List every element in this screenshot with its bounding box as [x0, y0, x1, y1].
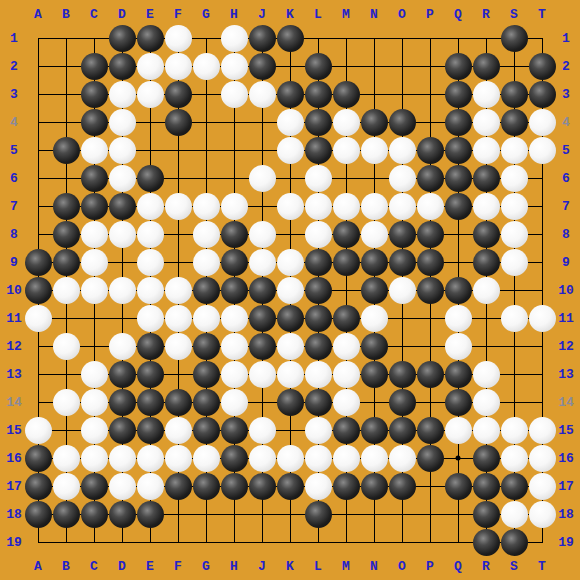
row-label-left-16: 16	[6, 452, 22, 465]
black-stone-K1	[277, 25, 304, 52]
white-stone-K16	[277, 445, 304, 472]
white-stone-B14	[53, 389, 80, 416]
white-stone-E16	[137, 445, 164, 472]
white-stone-K5	[277, 137, 304, 164]
white-stone-D10	[109, 277, 136, 304]
white-stone-O7	[389, 193, 416, 220]
black-stone-Q6	[445, 165, 472, 192]
black-stone-R17	[473, 473, 500, 500]
black-stone-N13	[361, 361, 388, 388]
black-stone-B8	[53, 221, 80, 248]
black-stone-Q17	[445, 473, 472, 500]
column-label-bottom-L: L	[314, 560, 322, 573]
black-stone-D14	[109, 389, 136, 416]
black-stone-D2	[109, 53, 136, 80]
white-stone-S7	[501, 193, 528, 220]
white-stone-T4	[529, 109, 556, 136]
black-stone-R18	[473, 501, 500, 528]
black-stone-L2	[305, 53, 332, 80]
black-stone-N9	[361, 249, 388, 276]
column-label-bottom-C: C	[90, 560, 98, 573]
black-stone-P5	[417, 137, 444, 164]
black-stone-B9	[53, 249, 80, 276]
white-stone-G8	[193, 221, 220, 248]
row-label-right-12: 12	[558, 340, 574, 353]
black-stone-N12	[361, 333, 388, 360]
white-stone-H11	[221, 305, 248, 332]
black-stone-S4	[501, 109, 528, 136]
black-stone-O14	[389, 389, 416, 416]
white-stone-Q11	[445, 305, 472, 332]
column-label-top-R: R	[482, 8, 490, 21]
white-stone-Q15	[445, 417, 472, 444]
white-stone-J6	[249, 165, 276, 192]
white-stone-G11	[193, 305, 220, 332]
column-label-bottom-F: F	[174, 560, 182, 573]
black-stone-C7	[81, 193, 108, 220]
column-label-bottom-J: J	[258, 560, 266, 573]
white-stone-C8	[81, 221, 108, 248]
white-stone-T11	[529, 305, 556, 332]
black-stone-P13	[417, 361, 444, 388]
white-stone-M7	[333, 193, 360, 220]
row-label-left-12: 12	[6, 340, 22, 353]
black-stone-C6	[81, 165, 108, 192]
black-stone-C18	[81, 501, 108, 528]
column-label-top-G: G	[202, 8, 210, 21]
black-stone-G17	[193, 473, 220, 500]
column-label-bottom-R: R	[482, 560, 490, 573]
black-stone-Q3	[445, 81, 472, 108]
black-stone-K14	[277, 389, 304, 416]
white-stone-M13	[333, 361, 360, 388]
white-stone-F10	[165, 277, 192, 304]
row-label-right-8: 8	[562, 228, 570, 241]
black-stone-E1	[137, 25, 164, 52]
white-stone-F2	[165, 53, 192, 80]
black-stone-A16	[25, 445, 52, 472]
row-label-right-11: 11	[558, 312, 574, 325]
white-stone-H2	[221, 53, 248, 80]
black-stone-A17	[25, 473, 52, 500]
white-stone-G2	[193, 53, 220, 80]
black-stone-L4	[305, 109, 332, 136]
row-label-right-5: 5	[562, 144, 570, 157]
black-stone-B18	[53, 501, 80, 528]
black-stone-P8	[417, 221, 444, 248]
black-stone-J2	[249, 53, 276, 80]
black-stone-Q7	[445, 193, 472, 220]
black-stone-G13	[193, 361, 220, 388]
black-stone-D7	[109, 193, 136, 220]
column-label-bottom-N: N	[370, 560, 378, 573]
black-stone-R19	[473, 529, 500, 556]
white-stone-O16	[389, 445, 416, 472]
black-stone-E12	[137, 333, 164, 360]
row-label-left-18: 18	[6, 508, 22, 521]
white-stone-N11	[361, 305, 388, 332]
black-stone-J17	[249, 473, 276, 500]
column-label-top-P: P	[426, 8, 434, 21]
white-stone-K7	[277, 193, 304, 220]
white-stone-F15	[165, 417, 192, 444]
white-stone-G7	[193, 193, 220, 220]
black-stone-M8	[333, 221, 360, 248]
white-stone-K13	[277, 361, 304, 388]
black-stone-Q2	[445, 53, 472, 80]
row-label-right-17: 17	[558, 480, 574, 493]
column-label-top-B: B	[62, 8, 70, 21]
row-label-left-9: 9	[10, 256, 18, 269]
black-stone-H10	[221, 277, 248, 304]
column-label-bottom-H: H	[230, 560, 238, 573]
black-stone-R16	[473, 445, 500, 472]
row-label-right-3: 3	[562, 88, 570, 101]
black-stone-H9	[221, 249, 248, 276]
column-label-bottom-Q: Q	[454, 560, 462, 573]
row-label-right-15: 15	[558, 424, 574, 437]
black-stone-N10	[361, 277, 388, 304]
black-stone-H17	[221, 473, 248, 500]
white-stone-T15	[529, 417, 556, 444]
black-stone-G12	[193, 333, 220, 360]
column-label-bottom-A: A	[34, 560, 42, 573]
row-label-left-11: 11	[6, 312, 22, 325]
black-stone-E15	[137, 417, 164, 444]
row-label-left-7: 7	[10, 200, 18, 213]
white-stone-T18	[529, 501, 556, 528]
row-label-right-1: 1	[562, 32, 570, 45]
black-stone-B5	[53, 137, 80, 164]
row-label-right-2: 2	[562, 60, 570, 73]
black-stone-R8	[473, 221, 500, 248]
row-label-left-4: 4	[10, 116, 18, 129]
white-stone-L13	[305, 361, 332, 388]
white-stone-E10	[137, 277, 164, 304]
white-stone-B17	[53, 473, 80, 500]
white-stone-J16	[249, 445, 276, 472]
white-stone-C16	[81, 445, 108, 472]
column-label-bottom-P: P	[426, 560, 434, 573]
white-stone-N16	[361, 445, 388, 472]
white-stone-A15	[25, 417, 52, 444]
white-stone-K10	[277, 277, 304, 304]
black-stone-F3	[165, 81, 192, 108]
black-stone-F4	[165, 109, 192, 136]
column-label-top-N: N	[370, 8, 378, 21]
white-stone-J9	[249, 249, 276, 276]
column-label-top-D: D	[118, 8, 126, 21]
column-label-top-K: K	[286, 8, 294, 21]
white-stone-D3	[109, 81, 136, 108]
white-stone-F16	[165, 445, 192, 472]
white-stone-E7	[137, 193, 164, 220]
column-label-top-S: S	[510, 8, 518, 21]
white-stone-J13	[249, 361, 276, 388]
column-label-bottom-E: E	[146, 560, 154, 573]
white-stone-L6	[305, 165, 332, 192]
black-stone-G14	[193, 389, 220, 416]
black-stone-N15	[361, 417, 388, 444]
black-stone-O9	[389, 249, 416, 276]
black-stone-K11	[277, 305, 304, 332]
black-stone-P15	[417, 417, 444, 444]
white-stone-D12	[109, 333, 136, 360]
white-stone-J8	[249, 221, 276, 248]
white-stone-B12	[53, 333, 80, 360]
white-stone-S11	[501, 305, 528, 332]
black-stone-O15	[389, 417, 416, 444]
white-stone-T5	[529, 137, 556, 164]
white-stone-J15	[249, 417, 276, 444]
white-stone-M12	[333, 333, 360, 360]
white-stone-K12	[277, 333, 304, 360]
white-stone-N7	[361, 193, 388, 220]
row-label-right-6: 6	[562, 172, 570, 185]
row-label-left-10: 10	[6, 284, 22, 297]
white-stone-S5	[501, 137, 528, 164]
white-stone-R4	[473, 109, 500, 136]
white-stone-G9	[193, 249, 220, 276]
row-label-left-17: 17	[6, 480, 22, 493]
black-stone-T2	[529, 53, 556, 80]
row-label-right-19: 19	[558, 536, 574, 549]
white-stone-K4	[277, 109, 304, 136]
row-label-left-6: 6	[10, 172, 18, 185]
white-stone-B10	[53, 277, 80, 304]
black-stone-F17	[165, 473, 192, 500]
white-stone-B16	[53, 445, 80, 472]
white-stone-Q12	[445, 333, 472, 360]
black-stone-D18	[109, 501, 136, 528]
black-stone-L9	[305, 249, 332, 276]
white-stone-F7	[165, 193, 192, 220]
white-stone-E11	[137, 305, 164, 332]
white-stone-C9	[81, 249, 108, 276]
black-stone-Q14	[445, 389, 472, 416]
black-stone-L3	[305, 81, 332, 108]
white-stone-T17	[529, 473, 556, 500]
column-label-bottom-D: D	[118, 560, 126, 573]
white-stone-R10	[473, 277, 500, 304]
white-stone-R15	[473, 417, 500, 444]
white-stone-F12	[165, 333, 192, 360]
white-stone-D4	[109, 109, 136, 136]
black-stone-L10	[305, 277, 332, 304]
white-stone-J3	[249, 81, 276, 108]
black-stone-O8	[389, 221, 416, 248]
black-stone-S19	[501, 529, 528, 556]
white-stone-H13	[221, 361, 248, 388]
black-stone-C17	[81, 473, 108, 500]
black-stone-P9	[417, 249, 444, 276]
row-label-left-8: 8	[10, 228, 18, 241]
white-stone-S15	[501, 417, 528, 444]
white-stone-L7	[305, 193, 332, 220]
white-stone-L17	[305, 473, 332, 500]
black-stone-L5	[305, 137, 332, 164]
column-label-top-C: C	[90, 8, 98, 21]
white-stone-R13	[473, 361, 500, 388]
row-label-right-7: 7	[562, 200, 570, 213]
white-stone-C15	[81, 417, 108, 444]
column-label-top-Q: Q	[454, 8, 462, 21]
white-stone-G16	[193, 445, 220, 472]
white-stone-D8	[109, 221, 136, 248]
row-label-left-1: 1	[10, 32, 18, 45]
black-stone-J11	[249, 305, 276, 332]
black-stone-K17	[277, 473, 304, 500]
row-label-right-4: 4	[562, 116, 570, 129]
black-stone-L18	[305, 501, 332, 528]
column-label-top-O: O	[398, 8, 406, 21]
white-stone-O6	[389, 165, 416, 192]
column-label-top-A: A	[34, 8, 42, 21]
black-stone-E6	[137, 165, 164, 192]
row-label-left-5: 5	[10, 144, 18, 157]
black-stone-J10	[249, 277, 276, 304]
white-stone-H3	[221, 81, 248, 108]
white-stone-R5	[473, 137, 500, 164]
black-stone-R2	[473, 53, 500, 80]
black-stone-A18	[25, 501, 52, 528]
white-stone-M5	[333, 137, 360, 164]
row-label-left-19: 19	[6, 536, 22, 549]
white-stone-E3	[137, 81, 164, 108]
column-label-bottom-T: T	[538, 560, 546, 573]
white-stone-M4	[333, 109, 360, 136]
column-label-bottom-G: G	[202, 560, 210, 573]
row-label-right-16: 16	[558, 452, 574, 465]
white-stone-D16	[109, 445, 136, 472]
black-stone-S1	[501, 25, 528, 52]
go-board[interactable]: AABBCCDDEEFFGGHHJJKKLLMMNNOOPPQQRRSSTT11…	[0, 0, 580, 580]
row-label-right-18: 18	[558, 508, 574, 521]
white-stone-E2	[137, 53, 164, 80]
white-stone-C13	[81, 361, 108, 388]
black-stone-D1	[109, 25, 136, 52]
white-stone-S6	[501, 165, 528, 192]
white-stone-S8	[501, 221, 528, 248]
black-stone-L12	[305, 333, 332, 360]
white-stone-D5	[109, 137, 136, 164]
black-stone-H8	[221, 221, 248, 248]
black-stone-O4	[389, 109, 416, 136]
white-stone-S18	[501, 501, 528, 528]
column-label-top-J: J	[258, 8, 266, 21]
column-label-top-E: E	[146, 8, 154, 21]
black-stone-O13	[389, 361, 416, 388]
white-stone-D17	[109, 473, 136, 500]
black-stone-B7	[53, 193, 80, 220]
black-stone-M15	[333, 417, 360, 444]
black-stone-E18	[137, 501, 164, 528]
white-stone-E8	[137, 221, 164, 248]
black-stone-M17	[333, 473, 360, 500]
white-stone-S16	[501, 445, 528, 472]
white-stone-R3	[473, 81, 500, 108]
white-stone-C10	[81, 277, 108, 304]
white-stone-T16	[529, 445, 556, 472]
row-label-right-10: 10	[558, 284, 574, 297]
column-label-bottom-S: S	[510, 560, 518, 573]
white-stone-H12	[221, 333, 248, 360]
column-label-top-H: H	[230, 8, 238, 21]
black-stone-A9	[25, 249, 52, 276]
white-stone-L8	[305, 221, 332, 248]
hoshi-point-Q16	[456, 456, 461, 461]
row-label-right-9: 9	[562, 256, 570, 269]
column-label-bottom-M: M	[342, 560, 350, 573]
white-stone-F11	[165, 305, 192, 332]
black-stone-S3	[501, 81, 528, 108]
white-stone-O10	[389, 277, 416, 304]
black-stone-D13	[109, 361, 136, 388]
column-label-bottom-K: K	[286, 560, 294, 573]
black-stone-R6	[473, 165, 500, 192]
column-label-top-L: L	[314, 8, 322, 21]
white-stone-R7	[473, 193, 500, 220]
black-stone-R9	[473, 249, 500, 276]
black-stone-H16	[221, 445, 248, 472]
white-stone-S9	[501, 249, 528, 276]
black-stone-C2	[81, 53, 108, 80]
black-stone-E14	[137, 389, 164, 416]
black-stone-J1	[249, 25, 276, 52]
white-stone-E17	[137, 473, 164, 500]
black-stone-N17	[361, 473, 388, 500]
white-stone-C5	[81, 137, 108, 164]
white-stone-H7	[221, 193, 248, 220]
row-label-right-13: 13	[558, 368, 574, 381]
black-stone-P10	[417, 277, 444, 304]
row-label-left-13: 13	[6, 368, 22, 381]
row-label-left-3: 3	[10, 88, 18, 101]
column-label-bottom-O: O	[398, 560, 406, 573]
black-stone-N4	[361, 109, 388, 136]
white-stone-M16	[333, 445, 360, 472]
black-stone-L14	[305, 389, 332, 416]
black-stone-C3	[81, 81, 108, 108]
row-label-left-15: 15	[6, 424, 22, 437]
column-label-bottom-B: B	[62, 560, 70, 573]
black-stone-A10	[25, 277, 52, 304]
white-stone-M14	[333, 389, 360, 416]
row-label-left-14: 14	[6, 396, 22, 409]
black-stone-P6	[417, 165, 444, 192]
black-stone-Q13	[445, 361, 472, 388]
white-stone-D6	[109, 165, 136, 192]
black-stone-T3	[529, 81, 556, 108]
black-stone-K3	[277, 81, 304, 108]
black-stone-Q10	[445, 277, 472, 304]
black-stone-O17	[389, 473, 416, 500]
white-stone-C14	[81, 389, 108, 416]
white-stone-R14	[473, 389, 500, 416]
black-stone-L11	[305, 305, 332, 332]
row-label-left-2: 2	[10, 60, 18, 73]
white-stone-H1	[221, 25, 248, 52]
black-stone-G10	[193, 277, 220, 304]
white-stone-K9	[277, 249, 304, 276]
white-stone-H14	[221, 389, 248, 416]
white-stone-L15	[305, 417, 332, 444]
white-stone-L16	[305, 445, 332, 472]
column-label-top-F: F	[174, 8, 182, 21]
black-stone-E13	[137, 361, 164, 388]
white-stone-P7	[417, 193, 444, 220]
white-stone-N5	[361, 137, 388, 164]
